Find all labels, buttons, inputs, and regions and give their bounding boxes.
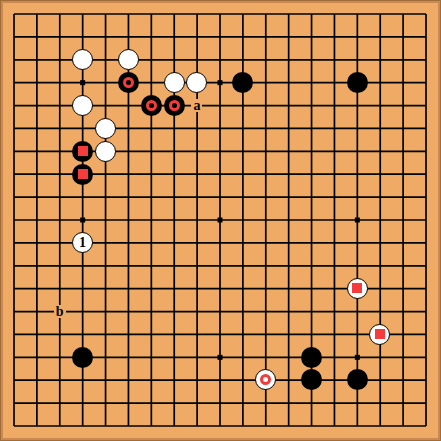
intersection[interactable] — [391, 117, 414, 140]
intersection[interactable] — [323, 94, 346, 117]
intersection[interactable] — [414, 369, 437, 392]
intersection[interactable] — [323, 3, 346, 26]
intersection[interactable] — [48, 25, 71, 48]
intersection[interactable] — [369, 369, 392, 392]
intersection[interactable] — [94, 186, 117, 209]
intersection[interactable] — [3, 25, 26, 48]
intersection[interactable] — [3, 117, 26, 140]
intersection[interactable] — [391, 186, 414, 209]
intersection[interactable] — [300, 300, 323, 323]
intersection[interactable] — [323, 254, 346, 277]
intersection[interactable] — [163, 254, 186, 277]
intersection[interactable] — [208, 277, 231, 300]
intersection[interactable] — [254, 117, 277, 140]
intersection[interactable] — [369, 71, 392, 94]
intersection[interactable] — [254, 25, 277, 48]
intersection[interactable] — [163, 231, 186, 254]
intersection[interactable] — [25, 117, 48, 140]
intersection[interactable] — [323, 414, 346, 437]
intersection[interactable] — [346, 71, 369, 94]
intersection[interactable] — [346, 25, 369, 48]
intersection[interactable] — [254, 369, 277, 392]
intersection[interactable] — [186, 208, 209, 231]
intersection[interactable] — [3, 277, 26, 300]
intersection[interactable] — [300, 117, 323, 140]
intersection[interactable] — [117, 369, 140, 392]
intersection[interactable] — [117, 277, 140, 300]
intersection[interactable] — [117, 48, 140, 71]
intersection[interactable] — [25, 3, 48, 26]
intersection[interactable] — [277, 117, 300, 140]
intersection[interactable] — [140, 140, 163, 163]
intersection[interactable] — [391, 300, 414, 323]
intersection[interactable] — [300, 140, 323, 163]
intersection[interactable] — [391, 346, 414, 369]
intersection[interactable] — [3, 414, 26, 437]
intersection[interactable] — [300, 208, 323, 231]
intersection[interactable] — [391, 48, 414, 71]
intersection[interactable]: b — [48, 300, 71, 323]
intersection[interactable] — [25, 300, 48, 323]
intersection[interactable] — [369, 323, 392, 346]
intersection[interactable] — [163, 71, 186, 94]
intersection[interactable] — [163, 186, 186, 209]
intersection[interactable] — [208, 117, 231, 140]
intersection[interactable] — [346, 391, 369, 414]
intersection[interactable] — [140, 94, 163, 117]
intersection[interactable] — [186, 3, 209, 26]
intersection[interactable] — [3, 231, 26, 254]
intersection[interactable] — [346, 186, 369, 209]
intersection[interactable] — [323, 163, 346, 186]
intersection[interactable] — [140, 346, 163, 369]
intersection[interactable] — [94, 391, 117, 414]
intersection[interactable] — [369, 231, 392, 254]
intersection[interactable] — [277, 391, 300, 414]
intersection[interactable] — [346, 300, 369, 323]
intersection[interactable] — [71, 186, 94, 209]
intersection[interactable] — [94, 25, 117, 48]
intersection[interactable] — [186, 391, 209, 414]
intersection[interactable] — [231, 71, 254, 94]
intersection[interactable] — [48, 117, 71, 140]
intersection[interactable] — [186, 323, 209, 346]
intersection[interactable] — [3, 208, 26, 231]
intersection[interactable] — [140, 391, 163, 414]
intersection[interactable] — [94, 94, 117, 117]
intersection[interactable] — [346, 3, 369, 26]
intersection[interactable] — [300, 231, 323, 254]
intersection[interactable] — [369, 48, 392, 71]
intersection[interactable] — [186, 117, 209, 140]
intersection[interactable] — [277, 71, 300, 94]
intersection[interactable] — [414, 25, 437, 48]
intersection[interactable] — [231, 277, 254, 300]
intersection[interactable] — [163, 369, 186, 392]
intersection[interactable] — [346, 369, 369, 392]
intersection[interactable] — [323, 140, 346, 163]
intersection[interactable] — [414, 414, 437, 437]
intersection[interactable] — [414, 300, 437, 323]
intersection[interactable] — [208, 71, 231, 94]
intersection[interactable] — [300, 71, 323, 94]
intersection[interactable] — [369, 140, 392, 163]
intersection[interactable] — [140, 3, 163, 26]
intersection[interactable] — [140, 414, 163, 437]
intersection[interactable] — [369, 346, 392, 369]
intersection[interactable] — [277, 323, 300, 346]
intersection[interactable] — [3, 323, 26, 346]
intersection[interactable] — [323, 277, 346, 300]
intersection[interactable] — [25, 163, 48, 186]
intersection[interactable] — [186, 254, 209, 277]
intersection[interactable] — [277, 3, 300, 26]
intersection[interactable] — [208, 369, 231, 392]
intersection[interactable] — [140, 25, 163, 48]
intersection[interactable] — [414, 3, 437, 26]
intersection[interactable] — [140, 231, 163, 254]
intersection[interactable] — [94, 231, 117, 254]
intersection[interactable] — [300, 94, 323, 117]
intersection[interactable] — [117, 391, 140, 414]
intersection[interactable] — [391, 323, 414, 346]
intersection[interactable] — [323, 231, 346, 254]
intersection[interactable] — [300, 25, 323, 48]
intersection[interactable] — [163, 140, 186, 163]
intersection[interactable] — [391, 369, 414, 392]
intersection[interactable] — [414, 323, 437, 346]
intersection[interactable] — [117, 140, 140, 163]
intersection[interactable] — [94, 369, 117, 392]
intersection[interactable] — [231, 186, 254, 209]
intersection[interactable] — [71, 117, 94, 140]
intersection[interactable] — [323, 391, 346, 414]
intersection[interactable] — [163, 94, 186, 117]
intersection[interactable] — [391, 208, 414, 231]
intersection[interactable] — [140, 369, 163, 392]
intersection[interactable] — [117, 186, 140, 209]
intersection[interactable] — [254, 48, 277, 71]
intersection[interactable] — [414, 346, 437, 369]
intersection[interactable] — [231, 369, 254, 392]
intersection[interactable] — [71, 3, 94, 26]
intersection[interactable] — [414, 140, 437, 163]
intersection[interactable] — [300, 163, 323, 186]
intersection[interactable] — [117, 231, 140, 254]
intersection[interactable] — [277, 25, 300, 48]
intersection[interactable] — [323, 117, 346, 140]
intersection[interactable] — [231, 208, 254, 231]
intersection[interactable] — [94, 300, 117, 323]
intersection[interactable] — [163, 163, 186, 186]
intersection[interactable] — [277, 369, 300, 392]
intersection[interactable] — [300, 186, 323, 209]
intersection[interactable] — [186, 414, 209, 437]
intersection[interactable] — [414, 117, 437, 140]
intersection[interactable] — [25, 231, 48, 254]
intersection[interactable] — [71, 208, 94, 231]
intersection[interactable] — [94, 208, 117, 231]
intersection[interactable] — [323, 323, 346, 346]
intersection[interactable] — [346, 140, 369, 163]
intersection[interactable] — [163, 300, 186, 323]
intersection[interactable] — [391, 94, 414, 117]
intersection[interactable] — [94, 140, 117, 163]
intersection[interactable] — [208, 346, 231, 369]
intersection[interactable] — [346, 48, 369, 71]
intersection[interactable] — [94, 117, 117, 140]
intersection[interactable] — [186, 163, 209, 186]
intersection[interactable] — [94, 48, 117, 71]
intersection[interactable] — [140, 117, 163, 140]
intersection[interactable] — [208, 414, 231, 437]
intersection[interactable] — [208, 391, 231, 414]
intersection[interactable] — [71, 254, 94, 277]
intersection[interactable] — [71, 163, 94, 186]
intersection[interactable] — [391, 231, 414, 254]
intersection[interactable] — [117, 3, 140, 26]
intersection[interactable] — [163, 117, 186, 140]
intersection[interactable] — [277, 277, 300, 300]
intersection[interactable] — [48, 414, 71, 437]
intersection[interactable] — [231, 163, 254, 186]
intersection[interactable] — [254, 186, 277, 209]
intersection[interactable] — [346, 117, 369, 140]
intersection[interactable] — [254, 391, 277, 414]
intersection[interactable] — [25, 414, 48, 437]
intersection[interactable] — [277, 346, 300, 369]
intersection[interactable] — [369, 300, 392, 323]
intersection[interactable] — [369, 254, 392, 277]
intersection[interactable] — [300, 48, 323, 71]
intersection[interactable] — [231, 140, 254, 163]
intersection[interactable] — [163, 3, 186, 26]
intersection[interactable] — [277, 208, 300, 231]
intersection[interactable] — [71, 277, 94, 300]
intersection[interactable] — [254, 323, 277, 346]
intersection[interactable] — [391, 254, 414, 277]
intersection[interactable] — [163, 414, 186, 437]
intersection[interactable] — [25, 186, 48, 209]
intersection[interactable] — [186, 140, 209, 163]
intersection[interactable] — [140, 300, 163, 323]
intersection[interactable] — [3, 94, 26, 117]
intersection[interactable] — [277, 140, 300, 163]
intersection[interactable] — [25, 48, 48, 71]
intersection[interactable] — [94, 346, 117, 369]
intersection[interactable] — [414, 94, 437, 117]
intersection[interactable] — [254, 231, 277, 254]
intersection[interactable] — [369, 208, 392, 231]
intersection[interactable] — [25, 25, 48, 48]
intersection[interactable] — [117, 94, 140, 117]
intersection[interactable] — [208, 208, 231, 231]
intersection[interactable] — [300, 414, 323, 437]
intersection[interactable] — [231, 25, 254, 48]
intersection[interactable] — [254, 208, 277, 231]
intersection[interactable] — [231, 254, 254, 277]
intersection[interactable] — [414, 277, 437, 300]
intersection[interactable] — [391, 414, 414, 437]
intersection[interactable] — [186, 25, 209, 48]
intersection[interactable] — [3, 300, 26, 323]
intersection[interactable] — [300, 277, 323, 300]
intersection[interactable] — [369, 3, 392, 26]
intersection[interactable] — [277, 414, 300, 437]
intersection[interactable] — [117, 71, 140, 94]
intersection[interactable] — [3, 71, 26, 94]
intersection[interactable] — [300, 391, 323, 414]
intersection[interactable] — [277, 254, 300, 277]
intersection[interactable] — [254, 277, 277, 300]
intersection[interactable] — [94, 71, 117, 94]
intersection[interactable] — [231, 391, 254, 414]
intersection[interactable] — [186, 71, 209, 94]
intersection[interactable] — [140, 186, 163, 209]
intersection[interactable] — [48, 369, 71, 392]
intersection[interactable] — [117, 25, 140, 48]
intersection[interactable] — [3, 163, 26, 186]
intersection[interactable] — [346, 414, 369, 437]
intersection[interactable] — [208, 163, 231, 186]
intersection[interactable] — [369, 414, 392, 437]
intersection[interactable] — [208, 140, 231, 163]
intersection[interactable] — [71, 414, 94, 437]
intersection[interactable] — [231, 48, 254, 71]
intersection[interactable] — [48, 391, 71, 414]
intersection[interactable]: 1 — [71, 231, 94, 254]
intersection[interactable] — [48, 231, 71, 254]
intersection[interactable] — [277, 94, 300, 117]
intersection[interactable] — [208, 254, 231, 277]
intersection[interactable] — [346, 254, 369, 277]
intersection[interactable] — [391, 25, 414, 48]
intersection[interactable] — [323, 71, 346, 94]
intersection[interactable] — [94, 254, 117, 277]
intersection[interactable] — [208, 323, 231, 346]
intersection[interactable] — [48, 140, 71, 163]
intersection[interactable] — [71, 323, 94, 346]
intersection[interactable] — [25, 277, 48, 300]
intersection[interactable] — [391, 163, 414, 186]
intersection[interactable] — [3, 186, 26, 209]
intersection[interactable] — [94, 277, 117, 300]
intersection[interactable] — [254, 140, 277, 163]
intersection[interactable] — [323, 369, 346, 392]
intersection[interactable] — [3, 391, 26, 414]
intersection[interactable] — [391, 277, 414, 300]
intersection[interactable] — [117, 117, 140, 140]
intersection[interactable] — [414, 48, 437, 71]
intersection[interactable] — [94, 323, 117, 346]
intersection[interactable] — [208, 25, 231, 48]
intersection[interactable] — [163, 323, 186, 346]
intersection[interactable] — [140, 71, 163, 94]
intersection[interactable] — [414, 231, 437, 254]
intersection[interactable] — [254, 3, 277, 26]
intersection[interactable] — [140, 48, 163, 71]
intersection[interactable] — [3, 346, 26, 369]
intersection[interactable] — [140, 323, 163, 346]
intersection[interactable] — [25, 254, 48, 277]
intersection[interactable] — [391, 71, 414, 94]
intersection[interactable] — [323, 300, 346, 323]
intersection[interactable] — [117, 346, 140, 369]
intersection[interactable] — [323, 208, 346, 231]
intersection[interactable] — [208, 48, 231, 71]
intersection[interactable] — [25, 391, 48, 414]
intersection[interactable] — [140, 277, 163, 300]
intersection[interactable] — [163, 391, 186, 414]
intersection[interactable] — [391, 391, 414, 414]
intersection[interactable] — [71, 391, 94, 414]
intersection[interactable] — [117, 414, 140, 437]
intersection[interactable] — [3, 369, 26, 392]
intersection[interactable] — [48, 277, 71, 300]
intersection[interactable] — [48, 346, 71, 369]
intersection[interactable] — [48, 163, 71, 186]
intersection[interactable] — [346, 323, 369, 346]
intersection[interactable] — [48, 94, 71, 117]
intersection[interactable] — [323, 25, 346, 48]
intersection[interactable] — [25, 208, 48, 231]
intersection[interactable] — [208, 231, 231, 254]
intersection[interactable] — [346, 277, 369, 300]
intersection[interactable] — [25, 369, 48, 392]
intersection[interactable] — [25, 94, 48, 117]
intersection[interactable] — [117, 300, 140, 323]
intersection[interactable] — [277, 186, 300, 209]
intersection[interactable] — [231, 3, 254, 26]
intersection[interactable] — [369, 117, 392, 140]
intersection[interactable] — [346, 208, 369, 231]
intersection[interactable] — [3, 254, 26, 277]
intersection[interactable] — [369, 277, 392, 300]
intersection[interactable] — [186, 186, 209, 209]
intersection[interactable]: a — [186, 94, 209, 117]
intersection[interactable] — [300, 346, 323, 369]
intersection[interactable] — [300, 369, 323, 392]
intersection[interactable] — [3, 48, 26, 71]
intersection[interactable] — [231, 231, 254, 254]
intersection[interactable] — [186, 48, 209, 71]
intersection[interactable] — [140, 163, 163, 186]
intersection[interactable] — [186, 277, 209, 300]
intersection[interactable] — [300, 254, 323, 277]
intersection[interactable] — [254, 300, 277, 323]
intersection[interactable] — [300, 323, 323, 346]
intersection[interactable] — [277, 300, 300, 323]
intersection[interactable] — [231, 346, 254, 369]
intersection[interactable] — [254, 163, 277, 186]
intersection[interactable] — [48, 3, 71, 26]
intersection[interactable] — [48, 186, 71, 209]
intersection[interactable] — [186, 300, 209, 323]
intersection[interactable] — [414, 163, 437, 186]
intersection[interactable] — [117, 323, 140, 346]
intersection[interactable] — [117, 163, 140, 186]
intersection[interactable] — [254, 94, 277, 117]
intersection[interactable] — [140, 208, 163, 231]
intersection[interactable] — [208, 3, 231, 26]
intersection[interactable] — [48, 48, 71, 71]
intersection[interactable] — [231, 300, 254, 323]
intersection[interactable] — [231, 117, 254, 140]
intersection[interactable] — [94, 3, 117, 26]
intersection[interactable] — [277, 48, 300, 71]
intersection[interactable] — [186, 346, 209, 369]
intersection[interactable] — [163, 48, 186, 71]
